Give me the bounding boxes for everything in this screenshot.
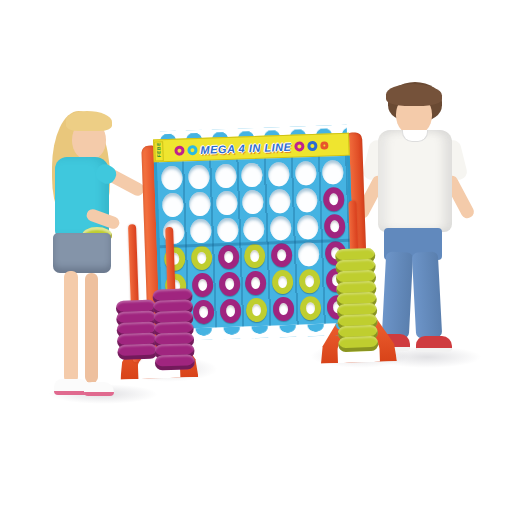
empty-hole xyxy=(241,163,263,188)
spare-stack-left-front xyxy=(116,300,158,360)
magenta-ring-piece xyxy=(323,187,345,212)
spare-stack-right xyxy=(335,248,379,352)
cell-r4c6 xyxy=(295,240,323,268)
empty-hole xyxy=(295,161,317,186)
empty-hole xyxy=(216,218,238,243)
magenta-ring-piece xyxy=(271,243,293,268)
girl-leg xyxy=(85,273,98,383)
cell-r5c6 xyxy=(296,267,324,295)
spare-magenta-ring xyxy=(117,344,157,360)
cell-r1c4 xyxy=(238,162,266,190)
cell-r3c7 xyxy=(321,212,349,240)
yellow-ring-piece xyxy=(300,295,322,320)
girl-leg xyxy=(64,271,78,383)
cell-r3c6 xyxy=(294,213,322,241)
cell-r3c4 xyxy=(240,215,268,243)
yellow-ring-piece xyxy=(272,269,294,294)
empty-hole xyxy=(296,188,318,213)
girl-shoe xyxy=(84,382,114,396)
cell-r5c4 xyxy=(242,269,270,297)
banner-ring-icon xyxy=(174,145,184,155)
empty-hole xyxy=(216,191,238,216)
girl-denim-shorts xyxy=(53,233,111,273)
empty-hole xyxy=(161,166,183,191)
cell-r4c5 xyxy=(268,241,296,269)
magenta-ring-piece xyxy=(192,299,214,324)
spare-stack-left-back xyxy=(152,288,195,370)
cell-r2c4 xyxy=(239,188,267,216)
magenta-ring-piece xyxy=(217,245,239,270)
empty-hole xyxy=(269,189,291,214)
cell-r3c3 xyxy=(214,216,242,244)
magenta-ring-piece xyxy=(245,270,267,295)
banner-ring-icon xyxy=(187,145,197,155)
cell-r5c5 xyxy=(269,268,297,296)
yellow-ring-piece xyxy=(246,297,268,322)
cell-r4c4 xyxy=(241,242,269,270)
cell-r1c7 xyxy=(319,159,347,187)
empty-hole xyxy=(188,165,210,190)
cell-r5c2 xyxy=(189,271,217,299)
yellow-ring-piece xyxy=(244,244,266,269)
cell-r6c4 xyxy=(243,296,271,324)
cell-r4c3 xyxy=(214,243,242,271)
empty-hole xyxy=(270,216,292,241)
banner-ring-icon xyxy=(294,141,304,151)
empty-hole xyxy=(242,190,264,215)
banner-ring-icon xyxy=(320,141,328,149)
cell-r1c3 xyxy=(212,163,240,191)
magenta-ring-piece xyxy=(324,214,346,239)
cell-r4c2 xyxy=(188,244,216,272)
product-photo-scene: FEBER MEGA 4 IN LINE xyxy=(0,0,520,520)
banner-ring-icon xyxy=(307,140,317,150)
cell-r2c6 xyxy=(293,187,321,215)
cell-r2c7 xyxy=(320,186,348,214)
cell-r2c1 xyxy=(159,191,187,219)
cell-r3c5 xyxy=(267,214,295,242)
magenta-ring-piece xyxy=(273,296,295,321)
cell-r6c2 xyxy=(189,298,217,326)
cell-r2c3 xyxy=(213,189,241,217)
empty-hole xyxy=(298,242,320,267)
girl-hair-fringe xyxy=(66,111,112,131)
cell-r3c2 xyxy=(187,217,215,245)
empty-hole xyxy=(322,160,344,185)
cell-r2c5 xyxy=(266,188,294,216)
empty-hole xyxy=(215,164,237,189)
empty-hole xyxy=(268,162,290,187)
cell-r6c6 xyxy=(297,294,325,322)
banner-title: MEGA 4 IN LINE xyxy=(200,140,291,155)
yellow-ring-piece xyxy=(191,245,213,270)
magenta-ring-piece xyxy=(219,298,241,323)
boy-hair-fringe xyxy=(386,84,442,106)
brand-label: FEBER xyxy=(155,150,161,157)
magenta-ring-piece xyxy=(192,272,214,297)
empty-hole xyxy=(190,219,212,244)
cell-r5c3 xyxy=(215,270,243,298)
yellow-ring-piece xyxy=(299,269,321,294)
cell-r6c3 xyxy=(216,297,244,325)
cell-r6c5 xyxy=(270,295,298,323)
cell-r1c1 xyxy=(158,164,186,192)
empty-hole xyxy=(162,193,184,218)
empty-hole xyxy=(297,215,319,240)
empty-hole xyxy=(189,192,211,217)
cell-r1c6 xyxy=(292,160,320,188)
spare-magenta-ring xyxy=(155,354,195,370)
empty-hole xyxy=(243,217,265,242)
cell-r3c1 xyxy=(160,218,188,246)
connect-four-unit: FEBER MEGA 4 IN LINE xyxy=(107,123,406,385)
boy-jeans-leg xyxy=(412,251,442,338)
brand-tag: FEBER xyxy=(154,141,164,161)
boy-sneaker xyxy=(416,336,452,352)
magenta-ring-piece xyxy=(218,271,240,296)
spare-lime-ring xyxy=(338,336,378,352)
cell-r1c5 xyxy=(265,161,293,189)
cell-r2c2 xyxy=(186,190,214,218)
cell-r1c2 xyxy=(185,164,213,192)
